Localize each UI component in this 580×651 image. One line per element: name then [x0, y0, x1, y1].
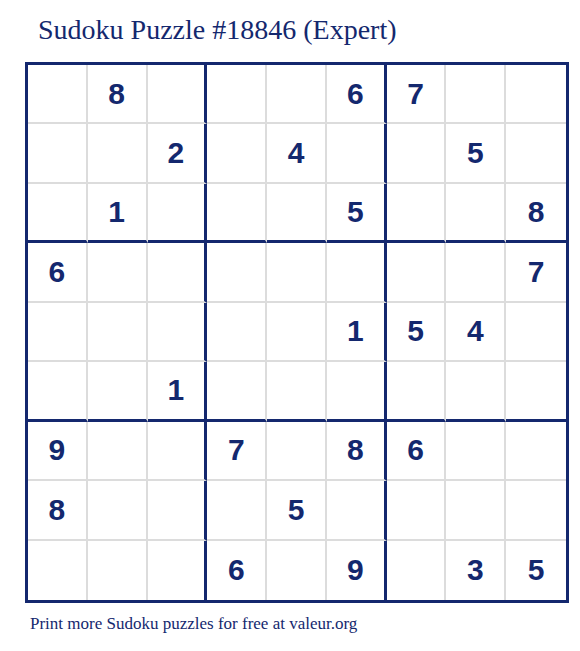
cell-r2c7[interactable]: [387, 124, 447, 183]
cell-r1c4[interactable]: [207, 65, 267, 124]
cell-r3c4[interactable]: [207, 184, 267, 243]
cell-r8c8[interactable]: [446, 481, 506, 540]
cell-r7c1[interactable]: 9: [28, 422, 88, 481]
cell-r3c3[interactable]: [148, 184, 208, 243]
cell-r6c6[interactable]: [327, 362, 387, 421]
cell-r3c6[interactable]: 5: [327, 184, 387, 243]
cell-r2c2[interactable]: [88, 124, 148, 183]
cell-r3c5[interactable]: [267, 184, 327, 243]
cell-r7c3[interactable]: [148, 422, 208, 481]
cell-r4c4[interactable]: [207, 243, 267, 302]
cell-r6c4[interactable]: [207, 362, 267, 421]
sudoku-board: 8672451586715419786856935: [25, 62, 569, 603]
cell-r5c5[interactable]: [267, 303, 327, 362]
cell-r2c8[interactable]: 5: [446, 124, 506, 183]
cell-r1c8[interactable]: [446, 65, 506, 124]
cell-r6c1[interactable]: [28, 362, 88, 421]
cell-r1c1[interactable]: [28, 65, 88, 124]
cell-r6c8[interactable]: [446, 362, 506, 421]
cell-r1c5[interactable]: [267, 65, 327, 124]
cell-r4c6[interactable]: [327, 243, 387, 302]
cell-r6c3[interactable]: 1: [148, 362, 208, 421]
cell-r4c3[interactable]: [148, 243, 208, 302]
cell-r5c8[interactable]: 4: [446, 303, 506, 362]
cell-r1c7[interactable]: 7: [387, 65, 447, 124]
cell-r1c2[interactable]: 8: [88, 65, 148, 124]
cell-r9c9[interactable]: 5: [506, 541, 566, 600]
cell-r6c9[interactable]: [506, 362, 566, 421]
cell-r8c5[interactable]: 5: [267, 481, 327, 540]
cell-r4c5[interactable]: [267, 243, 327, 302]
cell-r7c6[interactable]: 8: [327, 422, 387, 481]
cell-r9c7[interactable]: [387, 541, 447, 600]
cell-r5c7[interactable]: 5: [387, 303, 447, 362]
cell-r9c1[interactable]: [28, 541, 88, 600]
cell-r5c9[interactable]: [506, 303, 566, 362]
footer-credit-text: Print more Sudoku puzzles for free at va…: [30, 614, 357, 634]
cell-r8c6[interactable]: [327, 481, 387, 540]
cell-r3c1[interactable]: [28, 184, 88, 243]
puzzle-title: Sudoku Puzzle #18846 (Expert): [38, 14, 397, 46]
cell-r2c6[interactable]: [327, 124, 387, 183]
cell-r3c2[interactable]: 1: [88, 184, 148, 243]
cell-r5c3[interactable]: [148, 303, 208, 362]
cell-r6c2[interactable]: [88, 362, 148, 421]
cell-r8c2[interactable]: [88, 481, 148, 540]
cell-r3c7[interactable]: [387, 184, 447, 243]
cell-r2c5[interactable]: 4: [267, 124, 327, 183]
cell-r6c7[interactable]: [387, 362, 447, 421]
cell-r7c7[interactable]: 6: [387, 422, 447, 481]
cell-r5c2[interactable]: [88, 303, 148, 362]
cell-r1c6[interactable]: 6: [327, 65, 387, 124]
cell-r2c9[interactable]: [506, 124, 566, 183]
cell-r4c2[interactable]: [88, 243, 148, 302]
cell-r5c4[interactable]: [207, 303, 267, 362]
cell-r4c1[interactable]: 6: [28, 243, 88, 302]
cell-r2c3[interactable]: 2: [148, 124, 208, 183]
cell-r7c4[interactable]: 7: [207, 422, 267, 481]
cell-r4c9[interactable]: 7: [506, 243, 566, 302]
cell-r2c1[interactable]: [28, 124, 88, 183]
cell-r8c4[interactable]: [207, 481, 267, 540]
cell-r2c4[interactable]: [207, 124, 267, 183]
cell-r7c2[interactable]: [88, 422, 148, 481]
cell-r6c5[interactable]: [267, 362, 327, 421]
cell-r8c7[interactable]: [387, 481, 447, 540]
cell-r9c3[interactable]: [148, 541, 208, 600]
cell-r5c1[interactable]: [28, 303, 88, 362]
cell-r8c9[interactable]: [506, 481, 566, 540]
cell-r5c6[interactable]: 1: [327, 303, 387, 362]
cell-r9c4[interactable]: 6: [207, 541, 267, 600]
cell-r9c5[interactable]: [267, 541, 327, 600]
cell-r7c9[interactable]: [506, 422, 566, 481]
cell-r3c9[interactable]: 8: [506, 184, 566, 243]
cell-r7c8[interactable]: [446, 422, 506, 481]
cell-r8c1[interactable]: 8: [28, 481, 88, 540]
cell-r3c8[interactable]: [446, 184, 506, 243]
cell-r9c8[interactable]: 3: [446, 541, 506, 600]
cell-r4c8[interactable]: [446, 243, 506, 302]
cell-r7c5[interactable]: [267, 422, 327, 481]
cell-r8c3[interactable]: [148, 481, 208, 540]
cell-r4c7[interactable]: [387, 243, 447, 302]
cell-r9c2[interactable]: [88, 541, 148, 600]
cell-r1c9[interactable]: [506, 65, 566, 124]
cell-r1c3[interactable]: [148, 65, 208, 124]
cell-r9c6[interactable]: 9: [327, 541, 387, 600]
